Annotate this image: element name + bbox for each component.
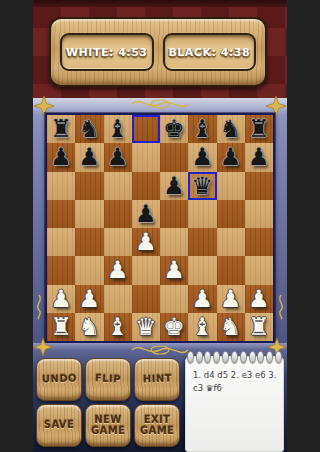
save-button-label: SAVE: [44, 420, 74, 431]
square-f5[interactable]: [188, 200, 216, 228]
spiral-binding: [185, 351, 284, 363]
square-f8[interactable]: ♝: [188, 115, 216, 143]
hint-button[interactable]: HINT: [134, 358, 180, 401]
square-g8[interactable]: ♞: [217, 115, 245, 143]
square-e8[interactable]: ♚: [160, 115, 188, 143]
square-e7[interactable]: [160, 143, 188, 171]
spiral-ring-icon: [222, 351, 229, 363]
white-knight: ♞: [220, 315, 242, 339]
white-pawn: ♟: [163, 258, 185, 282]
black-pawn: ♟: [79, 145, 101, 169]
white-pawn: ♟: [135, 230, 157, 254]
black-clock-label: BLACK: 4:38: [168, 46, 250, 59]
white-pawn: ♟: [107, 258, 129, 282]
square-g4[interactable]: [217, 228, 245, 256]
black-knight: ♞: [220, 117, 242, 141]
square-a6[interactable]: [47, 172, 75, 200]
square-a3[interactable]: [47, 256, 75, 284]
black-queen: ♛: [192, 174, 214, 198]
square-g3[interactable]: [217, 256, 245, 284]
square-d1[interactable]: ♛: [132, 313, 160, 341]
flourish-left-side-icon: [33, 294, 45, 320]
white-clock: WHITE: 4:53: [60, 33, 154, 71]
board-frame: ♜♞♝♚♝♞♜♟♟♟♟♟♟♟♛♟♟♟♟♟♟♟♟♟♜♞♝♛♚♝♞♜: [33, 98, 287, 343]
square-f6[interactable]: ♛: [188, 172, 216, 200]
spiral-ring-icon: [266, 351, 273, 363]
new-game-button[interactable]: NEW GAME: [85, 404, 131, 447]
bottom-panel: UNDO FLIP HINT SAVE NEW GAME EXIT GAME 1…: [33, 343, 287, 452]
white-bishop: ♝: [107, 315, 129, 339]
square-g6[interactable]: [217, 172, 245, 200]
square-a7[interactable]: ♟: [47, 143, 75, 171]
square-h6[interactable]: [245, 172, 273, 200]
square-e5[interactable]: [160, 200, 188, 228]
square-h4[interactable]: [245, 228, 273, 256]
square-d6[interactable]: [132, 172, 160, 200]
white-pawn: ♟: [79, 287, 101, 311]
square-c8[interactable]: ♝: [104, 115, 132, 143]
square-h3[interactable]: [245, 256, 273, 284]
square-d5[interactable]: ♟: [132, 200, 160, 228]
square-b2[interactable]: ♟: [75, 285, 103, 313]
square-c1[interactable]: ♝: [104, 313, 132, 341]
square-h2[interactable]: ♟: [245, 285, 273, 313]
square-e1[interactable]: ♚: [160, 313, 188, 341]
hint-button-label: HINT: [142, 374, 171, 386]
white-rook: ♜: [248, 315, 270, 339]
square-g5[interactable]: [217, 200, 245, 228]
black-rook: ♜: [50, 117, 72, 141]
square-g1[interactable]: ♞: [217, 313, 245, 341]
spiral-ring-icon: [240, 351, 247, 363]
square-d7[interactable]: [132, 143, 160, 171]
square-c5[interactable]: [104, 200, 132, 228]
square-h7[interactable]: ♟: [245, 143, 273, 171]
white-knight: ♞: [79, 315, 101, 339]
undo-button[interactable]: UNDO: [36, 358, 82, 401]
square-g7[interactable]: ♟: [217, 143, 245, 171]
square-a5[interactable]: [47, 200, 75, 228]
square-a2[interactable]: ♟: [47, 285, 75, 313]
top-background: WHITE: 4:53 BLACK: 4:38: [33, 0, 287, 98]
black-pawn: ♟: [192, 145, 214, 169]
spiral-ring-icon: [213, 351, 220, 363]
new-game-button-label: NEW GAME: [91, 415, 125, 436]
spiral-ring-icon: [187, 351, 194, 363]
spiral-ring-icon: [275, 351, 282, 363]
square-a8[interactable]: ♜: [47, 115, 75, 143]
square-c7[interactable]: ♟: [104, 143, 132, 171]
black-pawn: ♟: [220, 145, 242, 169]
square-d8[interactable]: [132, 115, 160, 143]
black-pawn: ♟: [163, 174, 185, 198]
flip-button-label: FLIP: [95, 374, 121, 386]
square-h5[interactable]: [245, 200, 273, 228]
spiral-ring-icon: [196, 351, 203, 363]
clock-panel: WHITE: 4:53 BLACK: 4:38: [49, 17, 267, 87]
move-list-notepad: 1. d4 d5 2. e3 e6 3. c3 ♛f6: [185, 356, 284, 452]
square-b7[interactable]: ♟: [75, 143, 103, 171]
square-b3[interactable]: [75, 256, 103, 284]
square-c2[interactable]: [104, 285, 132, 313]
square-a4[interactable]: [47, 228, 75, 256]
square-h1[interactable]: ♜: [245, 313, 273, 341]
square-c6[interactable]: [104, 172, 132, 200]
square-b6[interactable]: [75, 172, 103, 200]
black-rook: ♜: [248, 117, 270, 141]
white-pawn: ♟: [192, 287, 214, 311]
scroll-ornament-top-icon: [130, 98, 190, 110]
scroll-ornament-bottom-icon: [130, 344, 190, 356]
spiral-ring-icon: [249, 351, 256, 363]
undo-button-label: UNDO: [41, 374, 76, 386]
chess-app-screen: WHITE: 4:53 BLACK: 4:38 ♜♞♝♚♝♞♜♟♟♟♟♟♟♟♛♟…: [33, 0, 287, 452]
black-pawn: ♟: [50, 145, 72, 169]
black-pawn: ♟: [248, 145, 270, 169]
square-e4[interactable]: [160, 228, 188, 256]
square-a1[interactable]: ♜: [47, 313, 75, 341]
white-queen: ♛: [135, 315, 157, 339]
black-pawn: ♟: [107, 145, 129, 169]
square-f1[interactable]: ♝: [188, 313, 216, 341]
white-bishop: ♝: [192, 315, 214, 339]
square-b4[interactable]: [75, 228, 103, 256]
square-f3[interactable]: [188, 256, 216, 284]
square-h8[interactable]: ♜: [245, 115, 273, 143]
square-e3[interactable]: ♟: [160, 256, 188, 284]
square-e6[interactable]: ♟: [160, 172, 188, 200]
spiral-ring-icon: [231, 351, 238, 363]
chess-board[interactable]: ♜♞♝♚♝♞♜♟♟♟♟♟♟♟♛♟♟♟♟♟♟♟♟♟♜♞♝♛♚♝♞♜: [45, 113, 275, 343]
black-king: ♚: [163, 117, 185, 141]
white-pawn: ♟: [220, 287, 242, 311]
black-bishop: ♝: [192, 117, 214, 141]
black-clock: BLACK: 4:38: [163, 33, 257, 71]
square-f4[interactable]: [188, 228, 216, 256]
square-d2[interactable]: [132, 285, 160, 313]
square-f7[interactable]: ♟: [188, 143, 216, 171]
square-b1[interactable]: ♞: [75, 313, 103, 341]
square-b5[interactable]: [75, 200, 103, 228]
spiral-ring-icon: [257, 351, 264, 363]
exit-game-button-label: EXIT GAME: [140, 415, 174, 436]
square-d3[interactable]: [132, 256, 160, 284]
white-king: ♚: [163, 315, 185, 339]
flourish-right-side-icon: [275, 294, 287, 320]
button-grid: UNDO FLIP HINT SAVE NEW GAME EXIT GAME: [36, 358, 181, 447]
save-button[interactable]: SAVE: [36, 404, 82, 447]
flip-button[interactable]: FLIP: [85, 358, 131, 401]
white-clock-label: WHITE: 4:53: [66, 46, 148, 59]
black-pawn: ♟: [135, 202, 157, 226]
square-c4[interactable]: [104, 228, 132, 256]
square-d4[interactable]: ♟: [132, 228, 160, 256]
square-f2[interactable]: ♟: [188, 285, 216, 313]
black-knight: ♞: [79, 117, 101, 141]
square-b8[interactable]: ♞: [75, 115, 103, 143]
spiral-ring-icon: [204, 351, 211, 363]
square-c3[interactable]: ♟: [104, 256, 132, 284]
square-e2[interactable]: [160, 285, 188, 313]
white-pawn: ♟: [50, 287, 72, 311]
black-bishop: ♝: [107, 117, 129, 141]
white-rook: ♜: [50, 315, 72, 339]
square-g2[interactable]: ♟: [217, 285, 245, 313]
white-pawn: ♟: [248, 287, 270, 311]
exit-game-button[interactable]: EXIT GAME: [134, 404, 180, 447]
